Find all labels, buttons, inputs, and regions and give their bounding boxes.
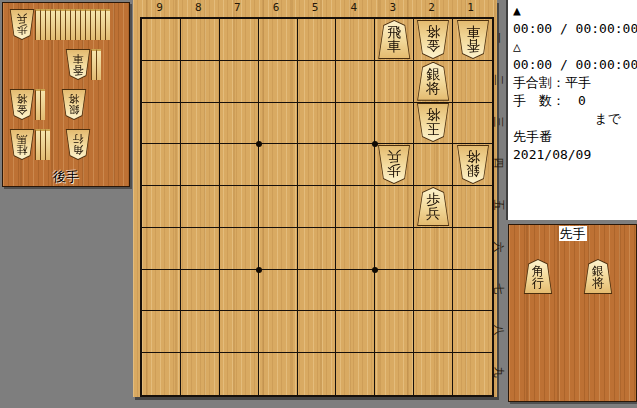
square-3四[interactable]: 歩兵 [375,144,414,186]
square-7八[interactable] [220,311,259,353]
square-7九[interactable] [220,353,259,395]
game-info-panel: ▲ 00:00 / 00:00:00 △ 00:00 / 00:00:00 手合… [506,0,637,220]
square-2六[interactable] [414,228,453,270]
gote-hand-lance-stack-piece [96,49,101,80]
square-6四[interactable] [259,144,298,186]
square-7二[interactable] [220,61,259,103]
square-6九[interactable] [259,353,298,395]
square-5八[interactable] [298,311,337,353]
square-3六[interactable] [375,228,414,270]
square-5九[interactable] [298,353,337,395]
gote-hand-gold-stack-piece [40,89,45,120]
gote-mark-icon: △ [508,38,637,56]
sente-bishop-hand-piece[interactable]: 角行 [523,259,553,294]
file-label-9: 9 [140,1,179,15]
sente-tray-label: 先手 [559,226,587,241]
square-2四[interactable] [414,144,453,186]
square-3五[interactable] [375,186,414,228]
square-4六[interactable] [336,228,375,270]
square-8七[interactable] [181,270,220,312]
gote-pawn-hand-piece[interactable]: 歩兵 [9,9,35,40]
square-7四[interactable] [220,144,259,186]
file-label-8: 8 [179,1,218,15]
sente-silver-hand-piece[interactable]: 銀将 [583,259,613,294]
square-2五[interactable]: 歩兵 [414,186,453,228]
gote-silver-hand-piece[interactable]: 銀将 [61,89,87,120]
square-4二[interactable] [336,61,375,103]
gote-gold-hand-piece[interactable]: 金将 [9,89,35,120]
square-7三[interactable] [220,103,259,145]
square-5七[interactable] [298,270,337,312]
square-9六[interactable] [142,228,181,270]
gote-hand-group-silver[interactable]: 銀将 [61,89,87,120]
board-grid: 飛車金将香車銀将玉将歩兵銀将歩兵 [140,17,494,397]
square-9四[interactable] [142,144,181,186]
sente-hand-tray: 先手 角行銀将 [508,224,637,402]
file-label-5: 5 [296,1,335,15]
square-3九[interactable] [375,353,414,395]
square-9三[interactable] [142,103,181,145]
turn-indicator: 先手番 [508,128,637,146]
file-label-2: 2 [412,1,451,15]
square-7七[interactable] [220,270,259,312]
square-7五[interactable] [220,186,259,228]
square-6六[interactable] [259,228,298,270]
file-label-1: 1 [451,1,490,15]
square-8五[interactable] [181,186,220,228]
gote-hand-group-bishop[interactable]: 角行 [65,129,91,160]
sente-rook-3一-piece[interactable]: 飛車 [377,20,411,59]
square-9九[interactable] [142,353,181,395]
square-9一[interactable] [142,19,181,61]
gote-gold-2一-piece[interactable]: 金将 [416,20,450,59]
file-label-3: 3 [373,1,412,15]
square-5五[interactable] [298,186,337,228]
square-8八[interactable] [181,311,220,353]
gote-tray-label: 後手 [53,169,79,184]
move-count-label: 手 数： 0 [508,92,637,110]
square-5二[interactable] [298,61,337,103]
gote-pawn-3四-piece[interactable]: 歩兵 [377,145,411,184]
square-2一[interactable]: 金将 [414,19,453,61]
square-6五[interactable] [259,186,298,228]
sente-clock: 00:00 / 00:00:00 [508,20,637,38]
shogi-app-window: { "game": "shogi", "position": { "sfen":… [0,0,637,408]
square-9二[interactable] [142,61,181,103]
file-label-7: 7 [218,1,257,15]
sente-hand-group-bishop[interactable]: 角行 [523,259,553,294]
square-3二[interactable] [375,61,414,103]
square-8四[interactable] [181,144,220,186]
square-6八[interactable] [259,311,298,353]
gote-hand-group-pawn[interactable]: 歩兵 [9,9,110,40]
file-label-4: 4 [334,1,373,15]
square-3三[interactable] [375,103,414,145]
square-9五[interactable] [142,186,181,228]
square-2八[interactable] [414,311,453,353]
square-5三[interactable] [298,103,337,145]
square-5四[interactable] [298,144,337,186]
sente-mark-icon: ▲ [508,2,637,20]
made-label: まで [508,110,637,128]
square-5六[interactable] [298,228,337,270]
square-5一[interactable] [298,19,337,61]
square-4五[interactable] [336,186,375,228]
square-8三[interactable] [181,103,220,145]
square-6七[interactable] [259,270,298,312]
sente-hand-group-silver[interactable]: 銀将 [583,259,613,294]
square-2二[interactable]: 銀将 [414,61,453,103]
square-7六[interactable] [220,228,259,270]
rank-labels: 一二三四五六七八九 [491,17,505,393]
square-8二[interactable] [181,61,220,103]
file-labels: 987654321 [140,1,490,15]
gote-lance-hand-piece[interactable]: 香車 [65,49,91,80]
square-9七[interactable] [142,270,181,312]
gote-hand-group-knight[interactable]: 桂馬 [9,129,50,160]
square-8六[interactable] [181,228,220,270]
square-4九[interactable] [336,353,375,395]
gote-clock: 00:00 / 00:00:00 [508,56,637,74]
square-4八[interactable] [336,311,375,353]
square-6三[interactable] [259,103,298,145]
square-6一[interactable] [259,19,298,61]
gote-hand-group-lance[interactable]: 香車 [65,49,101,80]
square-8九[interactable] [181,353,220,395]
square-4三[interactable] [336,103,375,145]
sente-silver-2二-piece[interactable]: 銀将 [416,62,450,101]
square-4一[interactable] [336,19,375,61]
square-2三[interactable]: 玉将 [414,103,453,145]
handicap-label: 手合割：平手 [508,74,637,92]
gote-bishop-hand-piece[interactable]: 角行 [65,129,91,160]
sente-pawn-2五-piece[interactable]: 歩兵 [416,187,450,226]
square-3七[interactable] [375,270,414,312]
game-date: 2021/08/09 [508,146,637,164]
square-7一[interactable] [220,19,259,61]
square-9八[interactable] [142,311,181,353]
square-4四[interactable] [336,144,375,186]
square-2九[interactable] [414,353,453,395]
gote-hand-knight-stack-piece [45,129,50,160]
square-3八[interactable] [375,311,414,353]
square-4七[interactable] [336,270,375,312]
gote-hand-tray: 後手 歩兵香車金将銀将桂馬角行 [2,2,130,187]
gote-knight-hand-piece[interactable]: 桂馬 [9,129,35,160]
board-panel: 987654321 飛車金将香車銀将玉将歩兵銀将歩兵 一二三四五六七八九 [133,0,497,397]
gote-king-2三-piece[interactable]: 玉将 [416,103,450,142]
square-6二[interactable] [259,61,298,103]
square-3一[interactable]: 飛車 [375,19,414,61]
square-8一[interactable] [181,19,220,61]
square-2七[interactable] [414,270,453,312]
gote-hand-group-gold[interactable]: 金将 [9,89,45,120]
file-label-6: 6 [257,1,296,15]
gote-hand-pawn-stack-piece [105,9,110,40]
